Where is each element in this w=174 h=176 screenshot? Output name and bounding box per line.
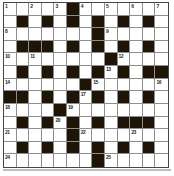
- clue-number-1: 1: [5, 3, 7, 9]
- cell-r10c13[interactable]: [155, 117, 168, 130]
- cell-r7c1[interactable]: 14: [4, 79, 17, 92]
- cell-r1c9[interactable]: 5: [105, 3, 118, 16]
- cell-r10c9[interactable]: [105, 117, 118, 130]
- cell-r2c11[interactable]: [130, 16, 143, 29]
- clue-number-12: 12: [119, 53, 124, 59]
- cell-r11c7[interactable]: 22: [80, 129, 93, 142]
- cell-r6c12-block: [143, 66, 156, 79]
- cell-r9c11[interactable]: [130, 104, 143, 117]
- clue-number-15: 15: [93, 79, 98, 85]
- cell-r13c13[interactable]: [155, 154, 168, 167]
- cell-r13c12[interactable]: [143, 154, 156, 167]
- cell-r2c8-block: [92, 16, 105, 29]
- cell-r8c3[interactable]: [29, 91, 42, 104]
- cell-r3c12[interactable]: [143, 28, 156, 41]
- cell-r7c5[interactable]: [54, 79, 67, 92]
- clue-number-10: 10: [5, 53, 10, 59]
- cell-r3c7[interactable]: [80, 28, 93, 41]
- cell-r5c3[interactable]: 11: [29, 53, 42, 66]
- cell-r4c2-block: [17, 41, 30, 54]
- cell-r4c12-block: [143, 41, 156, 54]
- cell-r5c1[interactable]: 10: [4, 53, 17, 66]
- cell-r8c10-block: [118, 91, 131, 104]
- cell-r1c10[interactable]: [118, 3, 131, 16]
- cell-r10c7[interactable]: [80, 117, 93, 130]
- cell-r10c12-block: [143, 117, 156, 130]
- cell-r1c4[interactable]: [42, 3, 55, 16]
- cell-r5c8[interactable]: [92, 53, 105, 66]
- cell-r12c12-block: [143, 142, 156, 155]
- cell-r5c12[interactable]: [143, 53, 156, 66]
- cell-r5c2[interactable]: [17, 53, 30, 66]
- cell-r7c13[interactable]: 16: [155, 79, 168, 92]
- cell-r13c7[interactable]: [80, 154, 93, 167]
- cell-r9c7[interactable]: [80, 104, 93, 117]
- cell-r4c7[interactable]: [80, 41, 93, 54]
- cell-r6c2-block: [17, 66, 30, 79]
- cell-r12c2-block: [17, 142, 30, 155]
- cell-r13c3[interactable]: [29, 154, 42, 167]
- cell-r7c6[interactable]: [67, 79, 80, 92]
- cell-r7c3[interactable]: [29, 79, 42, 92]
- cell-r8c5[interactable]: [54, 91, 67, 104]
- cell-r1c3[interactable]: 2: [29, 3, 42, 16]
- cell-r13c10[interactable]: [118, 154, 131, 167]
- cell-r7c7-block: [80, 79, 93, 92]
- cell-r4c8-block: [92, 41, 105, 54]
- cell-r5c11[interactable]: [130, 53, 143, 66]
- cell-r4c1[interactable]: [4, 41, 17, 54]
- cell-r5c9-block: [105, 53, 118, 66]
- cell-r13c11[interactable]: [130, 154, 143, 167]
- clue-number-9: 9: [106, 28, 108, 34]
- cell-r8c6-block: [67, 91, 80, 104]
- cell-r10c5[interactable]: 20: [54, 117, 67, 130]
- cell-r11c2[interactable]: [17, 129, 30, 142]
- cell-r9c10[interactable]: [118, 104, 131, 117]
- clue-number-17: 17: [81, 91, 86, 97]
- clue-number-19: 19: [68, 104, 73, 110]
- cell-r4c3-block: [29, 41, 42, 54]
- cell-r3c13[interactable]: [155, 28, 168, 41]
- cell-r11c1[interactable]: 21: [4, 129, 17, 142]
- cell-r6c3[interactable]: [29, 66, 42, 79]
- cell-r8c11[interactable]: [130, 91, 143, 104]
- clue-number-2: 2: [30, 3, 32, 9]
- cell-r4c13[interactable]: [155, 41, 168, 54]
- cell-r11c4[interactable]: [42, 129, 55, 142]
- cell-r9c13[interactable]: [155, 104, 168, 117]
- cell-r8c1-block: [4, 91, 17, 104]
- cell-r8c7[interactable]: 17: [80, 91, 93, 104]
- cell-r9c5-block: [54, 104, 67, 117]
- cell-r11c10[interactable]: [118, 129, 131, 142]
- cell-r7c11[interactable]: [130, 79, 143, 92]
- cell-r3c6[interactable]: [67, 28, 80, 41]
- clue-number-3: 3: [55, 3, 57, 9]
- clue-number-4: 4: [81, 3, 83, 9]
- cell-r12c1[interactable]: [4, 142, 17, 155]
- clue-number-11: 11: [30, 53, 34, 59]
- cell-r2c12-block: [143, 16, 156, 29]
- cell-r4c5[interactable]: [54, 41, 67, 54]
- cell-r13c6[interactable]: [67, 154, 80, 167]
- clue-number-20: 20: [55, 117, 60, 123]
- cell-r10c3[interactable]: [29, 117, 42, 130]
- cell-r11c12[interactable]: [143, 129, 156, 142]
- cell-r8c8-block: [92, 91, 105, 104]
- cell-r7c8[interactable]: 15: [92, 79, 105, 92]
- cell-r12c4-block: [42, 142, 55, 155]
- clue-number-21: 21: [5, 129, 10, 135]
- cell-r6c11[interactable]: [130, 66, 143, 79]
- cell-r13c4[interactable]: [42, 154, 55, 167]
- cell-r6c5[interactable]: [54, 66, 67, 79]
- cell-r11c9[interactable]: [105, 129, 118, 142]
- cell-r5c7[interactable]: [80, 53, 93, 66]
- cell-r3c5[interactable]: [54, 28, 67, 41]
- cell-r12c10-block: [118, 142, 131, 155]
- clue-number-25: 25: [106, 154, 111, 160]
- cell-r12c7[interactable]: [80, 142, 93, 155]
- cell-r8c13[interactable]: [155, 91, 168, 104]
- clue-number-22: 22: [81, 129, 86, 135]
- cell-r7c12[interactable]: [143, 79, 156, 92]
- cell-r10c6-block: [67, 117, 80, 130]
- clue-number-5: 5: [106, 3, 108, 9]
- cell-r13c2[interactable]: [17, 154, 30, 167]
- cell-r12c13[interactable]: [155, 142, 168, 155]
- cell-r1c13[interactable]: 7: [155, 3, 168, 16]
- cell-r1c1[interactable]: 1: [4, 3, 17, 16]
- cell-r10c10-block: [118, 117, 131, 130]
- clue-number-18: 18: [5, 104, 10, 110]
- cell-r2c1[interactable]: [4, 16, 17, 29]
- cell-r2c2-block: [17, 16, 30, 29]
- cell-r4c4-block: [42, 41, 55, 54]
- cell-r6c8-block: [92, 66, 105, 79]
- cell-r2c9[interactable]: [105, 16, 118, 29]
- cell-r3c10[interactable]: [118, 28, 131, 41]
- cell-r11c5[interactable]: [54, 129, 67, 142]
- cell-r10c4-block: [42, 117, 55, 130]
- cell-r5c6[interactable]: [67, 53, 80, 66]
- cell-r3c9[interactable]: 9: [105, 28, 118, 41]
- cell-r2c5[interactable]: [54, 16, 67, 29]
- cell-r12c11[interactable]: [130, 142, 143, 155]
- cell-r1c2[interactable]: [17, 3, 30, 16]
- cell-r10c11-block: [130, 117, 143, 130]
- cell-r8c9[interactable]: [105, 91, 118, 104]
- cell-r11c11[interactable]: 23: [130, 129, 143, 142]
- cell-r13c8-block: [92, 154, 105, 167]
- clue-number-7: 7: [156, 3, 158, 9]
- clue-number-6: 6: [131, 3, 133, 9]
- cell-r7c2[interactable]: [17, 79, 30, 92]
- cell-r10c1[interactable]: [4, 117, 17, 130]
- clue-number-13: 13: [106, 66, 111, 72]
- cell-r9c9[interactable]: [105, 104, 118, 117]
- cell-r3c3[interactable]: [29, 28, 42, 41]
- clue-number-24: 24: [5, 154, 10, 160]
- cell-r1c11[interactable]: 6: [130, 3, 143, 16]
- cell-r4c10-block: [118, 41, 131, 54]
- cell-r9c1[interactable]: 18: [4, 104, 17, 117]
- cell-r8c12-block: [143, 91, 156, 104]
- clue-number-16: 16: [156, 79, 161, 85]
- cell-r6c6-block: [67, 66, 80, 79]
- cell-r9c12[interactable]: [143, 104, 156, 117]
- cell-r13c9[interactable]: 25: [105, 154, 118, 167]
- cell-r9c4[interactable]: [42, 104, 55, 117]
- cell-r4c9[interactable]: [105, 41, 118, 54]
- cell-r6c13-block: [155, 66, 168, 79]
- clue-number-23: 23: [131, 129, 136, 135]
- cell-r8c4-block: [42, 91, 55, 104]
- cell-r6c1[interactable]: [4, 66, 17, 79]
- cell-r11c3[interactable]: [29, 129, 42, 142]
- cell-r12c5[interactable]: [54, 142, 67, 155]
- cell-r9c8[interactable]: [92, 104, 105, 117]
- cell-r12c9[interactable]: [105, 142, 118, 155]
- cell-r11c13[interactable]: [155, 129, 168, 142]
- cell-r7c9[interactable]: [105, 79, 118, 92]
- cell-r9c6[interactable]: 19: [67, 104, 80, 117]
- cell-r3c11[interactable]: [130, 28, 143, 41]
- cell-r7c4[interactable]: [42, 79, 55, 92]
- cell-r6c4-block: [42, 66, 55, 79]
- cell-r4c6-block: [67, 41, 80, 54]
- cell-r13c1[interactable]: 24: [4, 154, 17, 167]
- cell-r2c6-block: [67, 16, 80, 29]
- cell-r12c3[interactable]: [29, 142, 42, 155]
- cell-r5c13[interactable]: [155, 53, 168, 66]
- cell-r12c8-block: [92, 142, 105, 155]
- cell-r8c2-block: [17, 91, 30, 104]
- crossword-grid: 1234567891011121314151617181920212223242…: [3, 2, 169, 168]
- cell-r5c5[interactable]: [54, 53, 67, 66]
- cell-r1c6-block: [67, 3, 80, 16]
- cell-r11c8[interactable]: [92, 129, 105, 142]
- clue-number-14: 14: [5, 79, 10, 85]
- cell-r4c11[interactable]: [130, 41, 143, 54]
- cell-r11c6-block: [67, 129, 80, 142]
- cell-r13c5[interactable]: [54, 154, 67, 167]
- cell-r9c3[interactable]: [29, 104, 42, 117]
- cell-r2c3[interactable]: [29, 16, 42, 29]
- cell-r2c7[interactable]: [80, 16, 93, 29]
- cell-r3c1[interactable]: 8: [4, 28, 17, 41]
- cell-r3c8-block: [92, 28, 105, 41]
- cell-r2c13[interactable]: [155, 16, 168, 29]
- cell-r6c9[interactable]: 13: [105, 66, 118, 79]
- cell-r7c10[interactable]: [118, 79, 131, 92]
- clue-number-8: 8: [5, 28, 7, 34]
- cell-r3c4[interactable]: [42, 28, 55, 41]
- cell-r1c5[interactable]: 3: [54, 3, 67, 16]
- cell-r2c4-block: [42, 16, 55, 29]
- cell-r5c4[interactable]: [42, 53, 55, 66]
- cell-r2c10-block: [118, 16, 131, 29]
- board-shadow: [3, 169, 171, 171]
- cell-r12c6-block: [67, 142, 80, 155]
- cell-r10c8-block: [92, 117, 105, 130]
- cell-r1c12[interactable]: [143, 3, 156, 16]
- cell-r6c10-block: [118, 66, 131, 79]
- cell-r1c7[interactable]: 4: [80, 3, 93, 16]
- cell-r6c7[interactable]: [80, 66, 93, 79]
- cell-r5c10[interactable]: 12: [118, 53, 131, 66]
- cell-r3c2[interactable]: [17, 28, 30, 41]
- cell-r1c8[interactable]: [92, 3, 105, 16]
- cell-r10c2-block: [17, 117, 30, 130]
- cell-r9c2[interactable]: [17, 104, 30, 117]
